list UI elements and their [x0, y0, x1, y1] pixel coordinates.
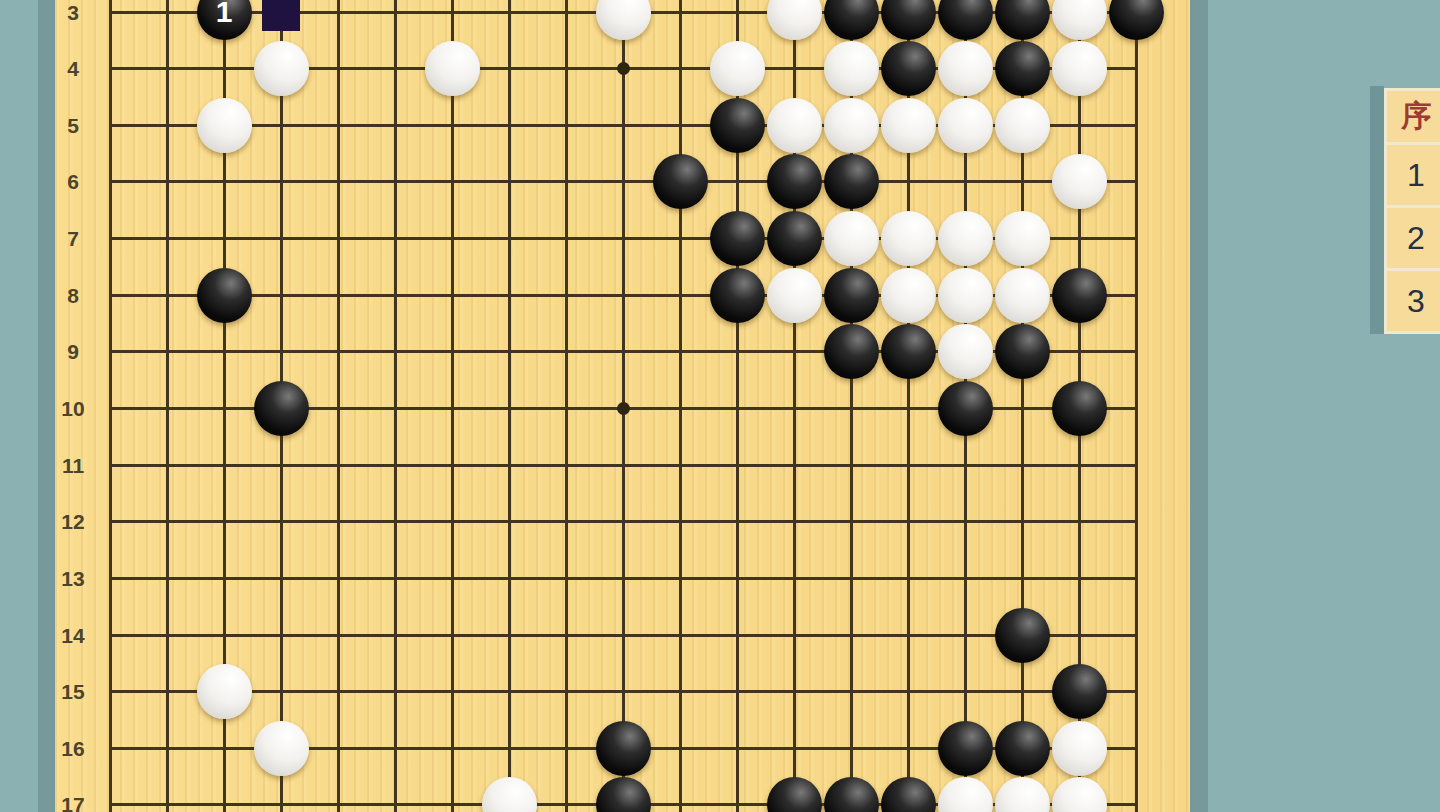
row-coordinate-label: 17: [58, 794, 88, 812]
white-stone: [824, 98, 879, 153]
white-stone: [824, 211, 879, 266]
grid-line: [109, 464, 1138, 467]
white-stone: [596, 0, 651, 40]
black-stone: [995, 721, 1050, 776]
row-coordinate-label: 11: [58, 455, 88, 476]
white-stone: [482, 777, 537, 812]
grid-line: [109, 180, 1138, 183]
black-stone: [824, 777, 879, 812]
white-stone: [881, 98, 936, 153]
white-stone: [938, 211, 993, 266]
row-coordinate-label: 6: [58, 171, 88, 192]
grid-line: [109, 690, 1138, 693]
move-list-header-cell: 序: [1387, 91, 1440, 145]
white-stone: [824, 41, 879, 96]
black-stone: [710, 98, 765, 153]
row-coordinate-label: 5: [58, 115, 88, 136]
move-marker-square: [262, 0, 300, 31]
black-stone: [767, 211, 822, 266]
black-stone: [995, 0, 1050, 40]
row-coordinate-label: 9: [58, 341, 88, 362]
white-stone: [1052, 154, 1107, 209]
row-coordinate-label: 4: [58, 58, 88, 79]
row-coordinate-label: 8: [58, 285, 88, 306]
white-stone: [995, 268, 1050, 323]
row-coordinate-label: 16: [58, 738, 88, 759]
white-stone: [197, 664, 252, 719]
black-stone: [1052, 381, 1107, 436]
app-screen: 345678910111213141516171 序 1 2 3: [0, 0, 1440, 812]
row-coordinate-label: 12: [58, 511, 88, 532]
board-right-shadow: [1190, 0, 1208, 812]
white-stone: [938, 268, 993, 323]
white-stone: [938, 41, 993, 96]
move-number: 3: [1407, 283, 1425, 320]
white-stone: [767, 98, 822, 153]
go-board[interactable]: 345678910111213141516171: [55, 0, 1190, 812]
white-stone: [254, 721, 309, 776]
black-stone: [938, 0, 993, 40]
move-list-row-3[interactable]: 3: [1387, 271, 1440, 331]
black-stone: [824, 324, 879, 379]
white-stone: [1052, 721, 1107, 776]
black-stone: [197, 268, 252, 323]
white-stone: [1052, 777, 1107, 812]
black-stone: [995, 324, 1050, 379]
row-coordinate-label: 7: [58, 228, 88, 249]
row-coordinate-label: 3: [58, 2, 88, 23]
white-stone: [1052, 41, 1107, 96]
black-stone: [881, 0, 936, 40]
black-stone: [653, 154, 708, 209]
white-stone: [881, 268, 936, 323]
white-stone: [1052, 0, 1107, 40]
grid-line: [109, 520, 1138, 523]
move-number-label: 1: [197, 0, 252, 29]
black-stone: [995, 41, 1050, 96]
move-order-header: 序: [1401, 96, 1431, 137]
move-list-table: 序 1 2 3: [1384, 88, 1440, 334]
black-stone: [596, 777, 651, 812]
white-stone: [938, 777, 993, 812]
white-stone: [938, 324, 993, 379]
white-stone: [938, 98, 993, 153]
white-stone: [254, 41, 309, 96]
star-point: [617, 62, 630, 75]
black-stone: [710, 211, 765, 266]
white-stone: [995, 777, 1050, 812]
white-stone: [767, 268, 822, 323]
black-stone: [881, 41, 936, 96]
move-list-shadow: [1370, 86, 1384, 334]
white-stone: [767, 0, 822, 40]
white-stone: [425, 41, 480, 96]
black-stone: [824, 154, 879, 209]
move-number: 1: [1407, 157, 1425, 194]
black-stone: [1052, 664, 1107, 719]
row-coordinate-label: 13: [58, 568, 88, 589]
black-stone: [824, 268, 879, 323]
black-stone: [1109, 0, 1164, 40]
black-stone: [938, 381, 993, 436]
white-stone: [197, 98, 252, 153]
grid-line: [109, 577, 1138, 580]
black-stone: [1052, 268, 1107, 323]
grid-line: [109, 634, 1138, 637]
row-coordinate-label: 15: [58, 681, 88, 702]
move-number: 2: [1407, 220, 1425, 257]
move-list-row-2[interactable]: 2: [1387, 208, 1440, 271]
black-stone: [710, 268, 765, 323]
move-list-row-1[interactable]: 1: [1387, 145, 1440, 208]
white-stone: [995, 98, 1050, 153]
black-stone: [938, 721, 993, 776]
white-stone: [995, 211, 1050, 266]
black-stone: [767, 154, 822, 209]
black-stone: [881, 324, 936, 379]
black-stone: [254, 381, 309, 436]
black-stone: [596, 721, 651, 776]
board-left-shadow: [38, 0, 55, 812]
black-stone: [767, 777, 822, 812]
black-stone: [824, 0, 879, 40]
star-point: [617, 402, 630, 415]
black-stone: [995, 608, 1050, 663]
row-coordinate-label: 14: [58, 625, 88, 646]
black-stone: [881, 777, 936, 812]
white-stone: [710, 41, 765, 96]
row-coordinate-label: 10: [58, 398, 88, 419]
white-stone: [881, 211, 936, 266]
